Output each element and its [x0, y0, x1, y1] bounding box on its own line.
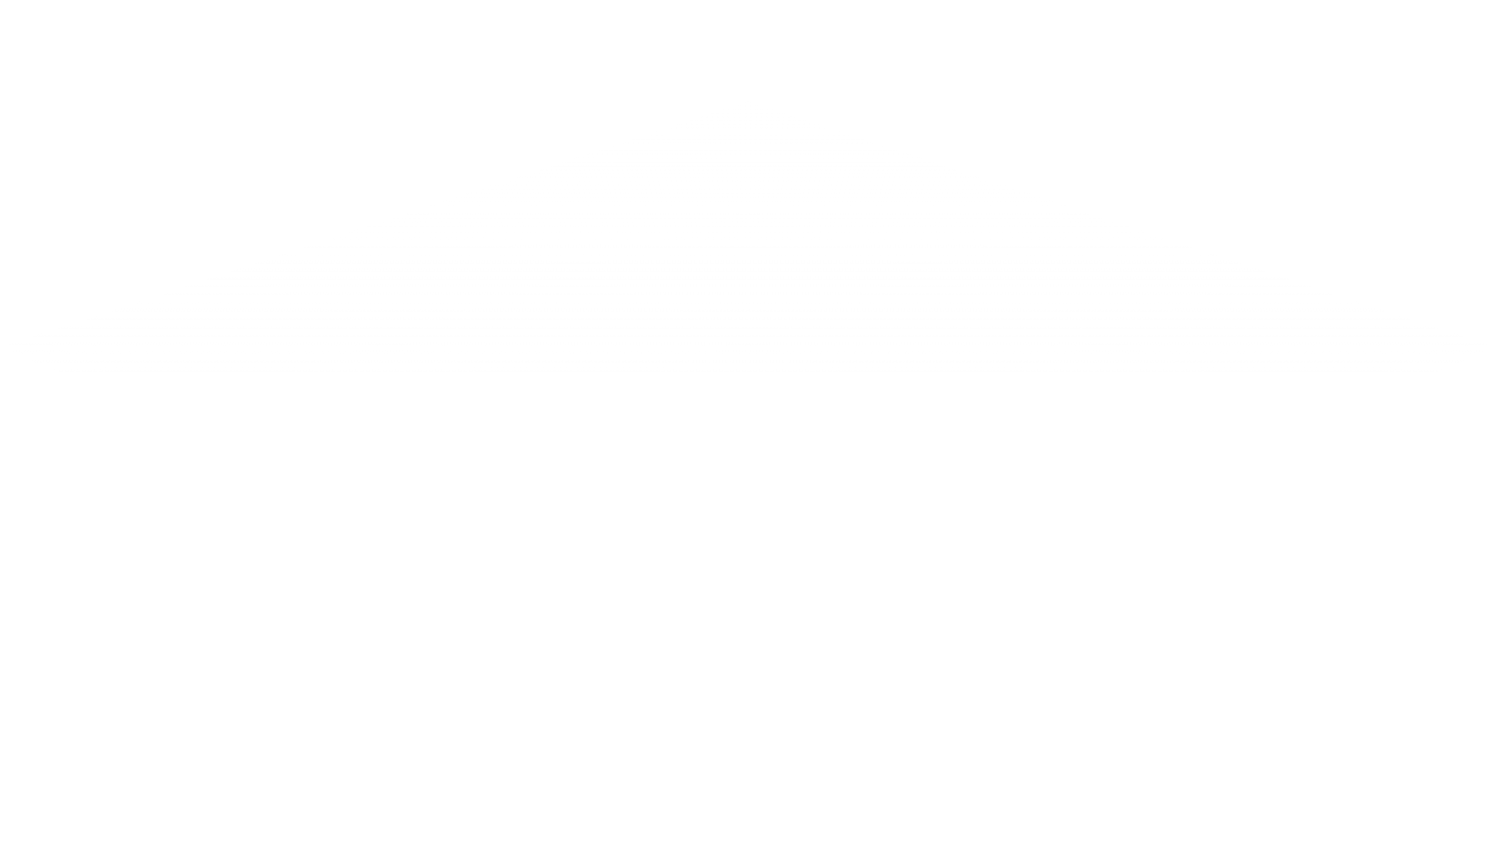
page-background — [0, 0, 1511, 841]
board-top-face — [1, 101, 1494, 692]
chessboard — [1, 101, 1494, 692]
